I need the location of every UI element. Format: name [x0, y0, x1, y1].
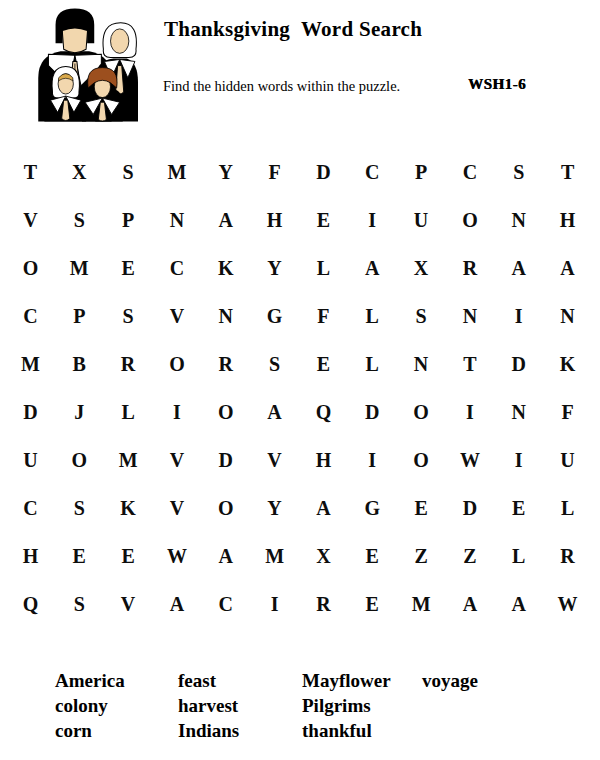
grid-cell-r1c2[interactable]: X: [55, 148, 104, 196]
grid-cell-r9c2[interactable]: E: [55, 532, 104, 580]
grid-cell-r8c7[interactable]: A: [299, 484, 348, 532]
grid-cell-r3c7[interactable]: L: [299, 244, 348, 292]
grid-cell-r3c9[interactable]: X: [397, 244, 446, 292]
grid-cell-r3c11[interactable]: A: [494, 244, 543, 292]
grid-cell-r4c12[interactable]: N: [543, 292, 592, 340]
grid-cell-r3c6[interactable]: Y: [250, 244, 299, 292]
grid-cell-r2c12[interactable]: H: [543, 196, 592, 244]
grid-cell-r9c8[interactable]: E: [348, 532, 397, 580]
grid-cell-r3c4[interactable]: C: [152, 244, 201, 292]
grid-cell-r4c7[interactable]: F: [299, 292, 348, 340]
grid-cell-r6c11[interactable]: N: [494, 388, 543, 436]
grid-cell-r4c8[interactable]: L: [348, 292, 397, 340]
grid-cell-r8c10[interactable]: D: [445, 484, 494, 532]
grid-cell-r5c4[interactable]: O: [152, 340, 201, 388]
grid-cell-r4c9[interactable]: S: [397, 292, 446, 340]
grid-cell-r4c4[interactable]: V: [152, 292, 201, 340]
grid-cell-r5c1[interactable]: M: [6, 340, 55, 388]
grid-cell-r1c1[interactable]: T: [6, 148, 55, 196]
grid-cell-r1c3[interactable]: S: [104, 148, 153, 196]
grid-cell-r9c11[interactable]: L: [494, 532, 543, 580]
grid-cell-r8c4[interactable]: V: [152, 484, 201, 532]
grid-cell-r5c9[interactable]: N: [397, 340, 446, 388]
grid-cell-r10c4[interactable]: A: [152, 580, 201, 628]
grid-cell-r5c5[interactable]: R: [201, 340, 250, 388]
grid-cell-r3c8[interactable]: A: [348, 244, 397, 292]
grid-cell-r6c6[interactable]: A: [250, 388, 299, 436]
instructions-text: Find the hidden words within the puzzle.: [163, 78, 400, 95]
grid-cell-r3c10[interactable]: R: [445, 244, 494, 292]
grid-cell-r10c12[interactable]: W: [543, 580, 592, 628]
word-list-column-1: Americacolonycorn: [55, 668, 125, 743]
grid-cell-r3c12[interactable]: A: [543, 244, 592, 292]
word-item: feast: [178, 668, 239, 693]
word-item: corn: [55, 718, 125, 743]
grid-cell-r3c1[interactable]: O: [6, 244, 55, 292]
grid-cell-r6c8[interactable]: D: [348, 388, 397, 436]
grid-cell-r7c9[interactable]: O: [397, 436, 446, 484]
grid-cell-r6c4[interactable]: I: [152, 388, 201, 436]
grid-cell-r6c3[interactable]: L: [104, 388, 153, 436]
pilgrim-family-image: [24, 4, 138, 122]
grid-cell-r10c9[interactable]: M: [397, 580, 446, 628]
grid-cell-r4c2[interactable]: P: [55, 292, 104, 340]
word-list-column-4: voyage: [422, 668, 478, 693]
grid-cell-r9c9[interactable]: Z: [397, 532, 446, 580]
grid-cell-r7c7[interactable]: H: [299, 436, 348, 484]
grid-cell-r4c10[interactable]: N: [445, 292, 494, 340]
grid-cell-r1c6[interactable]: F: [250, 148, 299, 196]
grid-cell-r1c11[interactable]: S: [494, 148, 543, 196]
grid-cell-r9c3[interactable]: E: [104, 532, 153, 580]
grid-cell-r6c1[interactable]: D: [6, 388, 55, 436]
grid-cell-r10c8[interactable]: E: [348, 580, 397, 628]
grid-cell-r2c8[interactable]: I: [348, 196, 397, 244]
grid-cell-r8c1[interactable]: C: [6, 484, 55, 532]
word-item: voyage: [422, 668, 478, 693]
grid-cell-r9c5[interactable]: A: [201, 532, 250, 580]
grid-cell-r10c1[interactable]: Q: [6, 580, 55, 628]
grid-cell-r2c3[interactable]: P: [104, 196, 153, 244]
word-item: harvest: [178, 693, 239, 718]
grid-cell-r9c10[interactable]: Z: [445, 532, 494, 580]
word-item: Mayflower: [302, 668, 391, 693]
grid-cell-r2c7[interactable]: E: [299, 196, 348, 244]
grid-cell-r8c8[interactable]: G: [348, 484, 397, 532]
grid-cell-r10c3[interactable]: V: [104, 580, 153, 628]
grid-cell-r8c3[interactable]: K: [104, 484, 153, 532]
grid-cell-r3c5[interactable]: K: [201, 244, 250, 292]
grid-cell-r6c9[interactable]: O: [397, 388, 446, 436]
grid-cell-r9c4[interactable]: W: [152, 532, 201, 580]
grid-cell-r7c11[interactable]: I: [494, 436, 543, 484]
grid-cell-r5c8[interactable]: L: [348, 340, 397, 388]
grid-cell-r2c2[interactable]: S: [55, 196, 104, 244]
grid-cell-r5c11[interactable]: D: [494, 340, 543, 388]
grid-cell-r7c12[interactable]: U: [543, 436, 592, 484]
grid-cell-r9c7[interactable]: X: [299, 532, 348, 580]
grid-cell-r8c11[interactable]: E: [494, 484, 543, 532]
grid-cell-r3c3[interactable]: E: [104, 244, 153, 292]
grid-cell-r6c5[interactable]: O: [201, 388, 250, 436]
grid-cell-r7c1[interactable]: U: [6, 436, 55, 484]
grid-cell-r10c10[interactable]: A: [445, 580, 494, 628]
grid-cell-r7c2[interactable]: O: [55, 436, 104, 484]
word-list-column-3: MayflowerPilgrimsthankful: [302, 668, 391, 743]
grid-cell-r6c2[interactable]: J: [55, 388, 104, 436]
grid-cell-r10c11[interactable]: A: [494, 580, 543, 628]
grid-cell-r4c3[interactable]: S: [104, 292, 153, 340]
grid-cell-r4c1[interactable]: C: [6, 292, 55, 340]
word-item: Pilgrims: [302, 693, 391, 718]
grid-cell-r7c4[interactable]: V: [152, 436, 201, 484]
grid-cell-r8c12[interactable]: L: [543, 484, 592, 532]
grid-cell-r8c5[interactable]: O: [201, 484, 250, 532]
grid-cell-r10c5[interactable]: C: [201, 580, 250, 628]
word-list-column-2: feastharvestIndians: [178, 668, 239, 743]
grid-cell-r4c11[interactable]: I: [494, 292, 543, 340]
grid-cell-r1c9[interactable]: P: [397, 148, 446, 196]
grid-cell-r5c12[interactable]: K: [543, 340, 592, 388]
worksheet-code: WSH1-6: [468, 76, 526, 93]
grid-cell-r2c11[interactable]: N: [494, 196, 543, 244]
grid-cell-r3c2[interactable]: M: [55, 244, 104, 292]
grid-cell-r5c3[interactable]: R: [104, 340, 153, 388]
grid-cell-r1c5[interactable]: Y: [201, 148, 250, 196]
grid-cell-r9c1[interactable]: H: [6, 532, 55, 580]
word-list: AmericacolonycornfeastharvestIndiansMayf…: [0, 668, 600, 748]
grid-cell-r8c9[interactable]: E: [397, 484, 446, 532]
grid-cell-r7c6[interactable]: V: [250, 436, 299, 484]
grid-cell-r7c10[interactable]: W: [445, 436, 494, 484]
grid-cell-r2c10[interactable]: O: [445, 196, 494, 244]
word-item: thankful: [302, 718, 391, 743]
grid-cell-r8c2[interactable]: S: [55, 484, 104, 532]
grid-cell-r10c2[interactable]: S: [55, 580, 104, 628]
grid-cell-r4c6[interactable]: G: [250, 292, 299, 340]
grid-cell-r5c6[interactable]: S: [250, 340, 299, 388]
word-item: Indians: [178, 718, 239, 743]
grid-cell-r5c10[interactable]: T: [445, 340, 494, 388]
word-item: America: [55, 668, 125, 693]
grid-cell-r1c10[interactable]: C: [445, 148, 494, 196]
grid-cell-r6c7[interactable]: Q: [299, 388, 348, 436]
page-title: Thanksgiving Word Search: [164, 17, 422, 42]
grid-cell-r9c6[interactable]: M: [250, 532, 299, 580]
grid-cell-r7c5[interactable]: D: [201, 436, 250, 484]
grid-cell-r1c4[interactable]: M: [152, 148, 201, 196]
grid-cell-r10c7[interactable]: R: [299, 580, 348, 628]
grid-cell-r5c2[interactable]: B: [55, 340, 104, 388]
grid-cell-r2c9[interactable]: U: [397, 196, 446, 244]
grid-cell-r1c7[interactable]: D: [299, 148, 348, 196]
grid-cell-r10c6[interactable]: I: [250, 580, 299, 628]
word-item: colony: [55, 693, 125, 718]
grid-cell-r9c12[interactable]: R: [543, 532, 592, 580]
grid-cell-r5c7[interactable]: E: [299, 340, 348, 388]
grid-cell-r7c3[interactable]: M: [104, 436, 153, 484]
grid-cell-r6c10[interactable]: I: [445, 388, 494, 436]
grid-cell-r1c8[interactable]: C: [348, 148, 397, 196]
grid-cell-r7c8[interactable]: I: [348, 436, 397, 484]
grid-cell-r1c12[interactable]: T: [543, 148, 592, 196]
word-search-grid: TXSMYFDCPCSTVSPNAHEIUONHOMECKYLAXRAACPSV…: [6, 148, 592, 628]
grid-cell-r2c6[interactable]: H: [250, 196, 299, 244]
grid-cell-r4c5[interactable]: N: [201, 292, 250, 340]
grid-cell-r2c1[interactable]: V: [6, 196, 55, 244]
grid-cell-r2c5[interactable]: A: [201, 196, 250, 244]
grid-cell-r8c6[interactable]: Y: [250, 484, 299, 532]
grid-cell-r6c12[interactable]: F: [543, 388, 592, 436]
grid-cell-r2c4[interactable]: N: [152, 196, 201, 244]
